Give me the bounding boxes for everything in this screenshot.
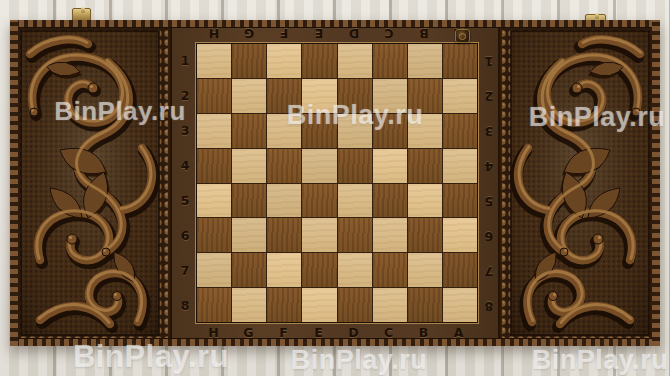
photo-background: { "game": "chess", "position": { "fen": … <box>0 0 670 376</box>
square-h7[interactable] <box>197 253 231 287</box>
square-f3[interactable] <box>267 114 301 148</box>
square-c7[interactable] <box>373 253 407 287</box>
square-a5[interactable] <box>443 184 477 218</box>
file-label-top: G <box>243 27 253 40</box>
carved-panel-right <box>500 20 660 346</box>
square-h2[interactable] <box>197 79 231 113</box>
square-c5[interactable] <box>373 184 407 218</box>
square-g7[interactable] <box>232 253 266 287</box>
square-f5[interactable] <box>267 184 301 218</box>
square-a7[interactable] <box>443 253 477 287</box>
square-e8[interactable] <box>302 288 336 322</box>
square-d7[interactable] <box>338 253 372 287</box>
square-a4[interactable] <box>443 149 477 183</box>
square-h3[interactable] <box>197 114 231 148</box>
latch-icon <box>455 29 470 43</box>
chess-box: HH11GG22FF33EE44DD55CC66BB77AA88 <box>10 20 660 346</box>
square-f7[interactable] <box>267 253 301 287</box>
file-label-top: B <box>419 27 429 40</box>
square-e6[interactable] <box>302 218 336 252</box>
file-label-top: H <box>208 27 218 40</box>
rank-label-left: 8 <box>181 299 190 312</box>
square-b1[interactable] <box>408 44 442 78</box>
chess-board: HH11GG22FF33EE44DD55CC66BB77AA88 <box>170 20 500 346</box>
file-label-top: E <box>314 27 323 40</box>
rank-label-right: 6 <box>485 229 494 242</box>
square-h1[interactable] <box>197 44 231 78</box>
square-e4[interactable] <box>302 149 336 183</box>
file-label-top: D <box>348 27 358 40</box>
square-e7[interactable] <box>302 253 336 287</box>
square-a8[interactable] <box>443 288 477 322</box>
rank-label-left: 7 <box>181 264 190 277</box>
square-f8[interactable] <box>267 288 301 322</box>
square-g1[interactable] <box>232 44 266 78</box>
rank-label-right: 7 <box>485 264 494 277</box>
square-d6[interactable] <box>338 218 372 252</box>
square-a1[interactable] <box>443 44 477 78</box>
carved-panel-left <box>10 20 170 346</box>
square-g4[interactable] <box>232 149 266 183</box>
square-c2[interactable] <box>373 79 407 113</box>
square-c8[interactable] <box>373 288 407 322</box>
square-e2[interactable] <box>302 79 336 113</box>
rank-label-left: 5 <box>181 194 190 207</box>
box-right-rope-edge <box>652 20 660 346</box>
squares <box>196 43 478 323</box>
rank-label-right: 2 <box>485 89 494 102</box>
square-f4[interactable] <box>267 149 301 183</box>
rank-label-left: 4 <box>181 159 190 172</box>
square-a2[interactable] <box>443 79 477 113</box>
rank-label-left: 6 <box>181 229 190 242</box>
rank-label-right: 5 <box>485 194 494 207</box>
square-g6[interactable] <box>232 218 266 252</box>
square-e3[interactable] <box>302 114 336 148</box>
square-d4[interactable] <box>338 149 372 183</box>
square-b2[interactable] <box>408 79 442 113</box>
square-b8[interactable] <box>408 288 442 322</box>
rank-label-right: 1 <box>485 54 494 67</box>
square-c4[interactable] <box>373 149 407 183</box>
square-g5[interactable] <box>232 184 266 218</box>
square-e5[interactable] <box>302 184 336 218</box>
square-c3[interactable] <box>373 114 407 148</box>
square-h4[interactable] <box>197 149 231 183</box>
watermark: BinPlay.ru <box>291 345 428 376</box>
square-d3[interactable] <box>338 114 372 148</box>
square-d2[interactable] <box>338 79 372 113</box>
rank-label-right: 3 <box>485 124 494 137</box>
square-e1[interactable] <box>302 44 336 78</box>
square-c1[interactable] <box>373 44 407 78</box>
file-label-top: F <box>279 27 288 40</box>
carving-ornament-icon <box>10 20 170 346</box>
box-bottom-rope-edge <box>10 338 660 346</box>
rank-label-left: 3 <box>181 124 190 137</box>
square-b7[interactable] <box>408 253 442 287</box>
square-c6[interactable] <box>373 218 407 252</box>
square-h5[interactable] <box>197 184 231 218</box>
square-f6[interactable] <box>267 218 301 252</box>
square-h8[interactable] <box>197 288 231 322</box>
square-f1[interactable] <box>267 44 301 78</box>
square-b6[interactable] <box>408 218 442 252</box>
watermark: BinPlay.ru <box>532 345 669 376</box>
square-g8[interactable] <box>232 288 266 322</box>
square-d8[interactable] <box>338 288 372 322</box>
square-d5[interactable] <box>338 184 372 218</box>
square-f2[interactable] <box>267 79 301 113</box>
box-top-rope-edge <box>10 20 660 28</box>
rank-label-left: 1 <box>181 54 190 67</box>
square-b3[interactable] <box>408 114 442 148</box>
square-a3[interactable] <box>443 114 477 148</box>
square-d1[interactable] <box>338 44 372 78</box>
carving-ornament-icon <box>500 20 660 346</box>
square-b4[interactable] <box>408 149 442 183</box>
square-b5[interactable] <box>408 184 442 218</box>
square-g3[interactable] <box>232 114 266 148</box>
box-left-rope-edge <box>10 20 18 346</box>
rank-label-right: 4 <box>485 159 494 172</box>
square-h6[interactable] <box>197 218 231 252</box>
square-a6[interactable] <box>443 218 477 252</box>
rank-label-right: 8 <box>485 299 494 312</box>
rank-label-left: 2 <box>181 89 190 102</box>
square-g2[interactable] <box>232 79 266 113</box>
file-label-top: C <box>384 27 393 40</box>
